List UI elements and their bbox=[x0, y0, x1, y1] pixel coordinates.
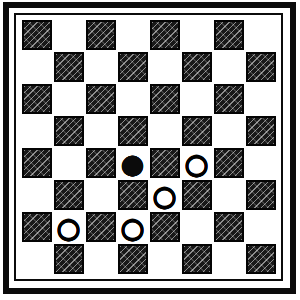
square-r1c0[interactable] bbox=[21, 51, 53, 83]
square-r0c6[interactable] bbox=[213, 19, 245, 51]
checkers-diagram-page: ●○○○○ bbox=[0, 0, 300, 300]
square-r0c0[interactable] bbox=[21, 19, 53, 51]
square-r0c7[interactable] bbox=[245, 19, 277, 51]
square-r7c4[interactable] bbox=[149, 243, 181, 275]
square-r2c5[interactable] bbox=[181, 83, 213, 115]
square-r7c3[interactable] bbox=[117, 243, 149, 275]
square-r2c2[interactable] bbox=[85, 83, 117, 115]
square-r4c4[interactable] bbox=[149, 147, 181, 179]
square-r4c6[interactable] bbox=[213, 147, 245, 179]
square-r1c5[interactable] bbox=[181, 51, 213, 83]
square-r7c2[interactable] bbox=[85, 243, 117, 275]
square-r6c7[interactable] bbox=[245, 211, 277, 243]
square-r0c4[interactable] bbox=[149, 19, 181, 51]
square-r3c5[interactable] bbox=[181, 115, 213, 147]
square-r6c2[interactable] bbox=[85, 211, 117, 243]
square-r2c1[interactable] bbox=[53, 83, 85, 115]
square-r4c5[interactable]: ○ bbox=[181, 147, 213, 179]
square-r5c5[interactable] bbox=[181, 179, 213, 211]
square-r5c2[interactable] bbox=[85, 179, 117, 211]
square-r0c5[interactable] bbox=[181, 19, 213, 51]
square-r6c3[interactable]: ○ bbox=[117, 211, 149, 243]
square-r4c0[interactable] bbox=[21, 147, 53, 179]
square-r3c2[interactable] bbox=[85, 115, 117, 147]
square-r2c6[interactable] bbox=[213, 83, 245, 115]
square-r7c5[interactable] bbox=[181, 243, 213, 275]
white-man-piece[interactable]: ○ bbox=[153, 182, 177, 209]
square-r4c7[interactable] bbox=[245, 147, 277, 179]
square-r4c1[interactable] bbox=[53, 147, 85, 179]
square-r5c6[interactable] bbox=[213, 179, 245, 211]
square-r7c0[interactable] bbox=[21, 243, 53, 275]
square-r4c3[interactable]: ● bbox=[117, 147, 149, 179]
square-r5c4[interactable]: ○ bbox=[149, 179, 181, 211]
white-man-piece[interactable]: ○ bbox=[121, 214, 145, 241]
square-r2c7[interactable] bbox=[245, 83, 277, 115]
square-r6c5[interactable] bbox=[181, 211, 213, 243]
square-r7c6[interactable] bbox=[213, 243, 245, 275]
square-r6c4[interactable] bbox=[149, 211, 181, 243]
black-man-piece[interactable]: ● bbox=[121, 150, 145, 177]
square-r7c7[interactable] bbox=[245, 243, 277, 275]
square-r0c1[interactable] bbox=[53, 19, 85, 51]
board-inner-frame: ●○○○○ bbox=[14, 13, 283, 281]
square-r5c0[interactable] bbox=[21, 179, 53, 211]
square-r5c1[interactable] bbox=[53, 179, 85, 211]
square-r3c6[interactable] bbox=[213, 115, 245, 147]
square-r3c1[interactable] bbox=[53, 115, 85, 147]
square-r2c3[interactable] bbox=[117, 83, 149, 115]
square-r0c3[interactable] bbox=[117, 19, 149, 51]
square-r3c3[interactable] bbox=[117, 115, 149, 147]
square-r3c7[interactable] bbox=[245, 115, 277, 147]
square-r6c6[interactable] bbox=[213, 211, 245, 243]
square-r1c3[interactable] bbox=[117, 51, 149, 83]
square-r5c7[interactable] bbox=[245, 179, 277, 211]
square-r1c6[interactable] bbox=[213, 51, 245, 83]
square-r6c1[interactable]: ○ bbox=[53, 211, 85, 243]
square-r0c2[interactable] bbox=[85, 19, 117, 51]
white-man-piece[interactable]: ○ bbox=[185, 150, 209, 177]
square-r5c3[interactable] bbox=[117, 179, 149, 211]
square-r3c0[interactable] bbox=[21, 115, 53, 147]
white-man-piece[interactable]: ○ bbox=[57, 214, 81, 241]
square-r1c4[interactable] bbox=[149, 51, 181, 83]
square-r1c2[interactable] bbox=[85, 51, 117, 83]
square-r1c7[interactable] bbox=[245, 51, 277, 83]
square-r3c4[interactable] bbox=[149, 115, 181, 147]
square-r4c2[interactable] bbox=[85, 147, 117, 179]
square-r1c1[interactable] bbox=[53, 51, 85, 83]
square-r2c0[interactable] bbox=[21, 83, 53, 115]
checkers-board: ●○○○○ bbox=[21, 19, 277, 275]
square-r2c4[interactable] bbox=[149, 83, 181, 115]
square-r7c1[interactable] bbox=[53, 243, 85, 275]
square-r6c0[interactable] bbox=[21, 211, 53, 243]
